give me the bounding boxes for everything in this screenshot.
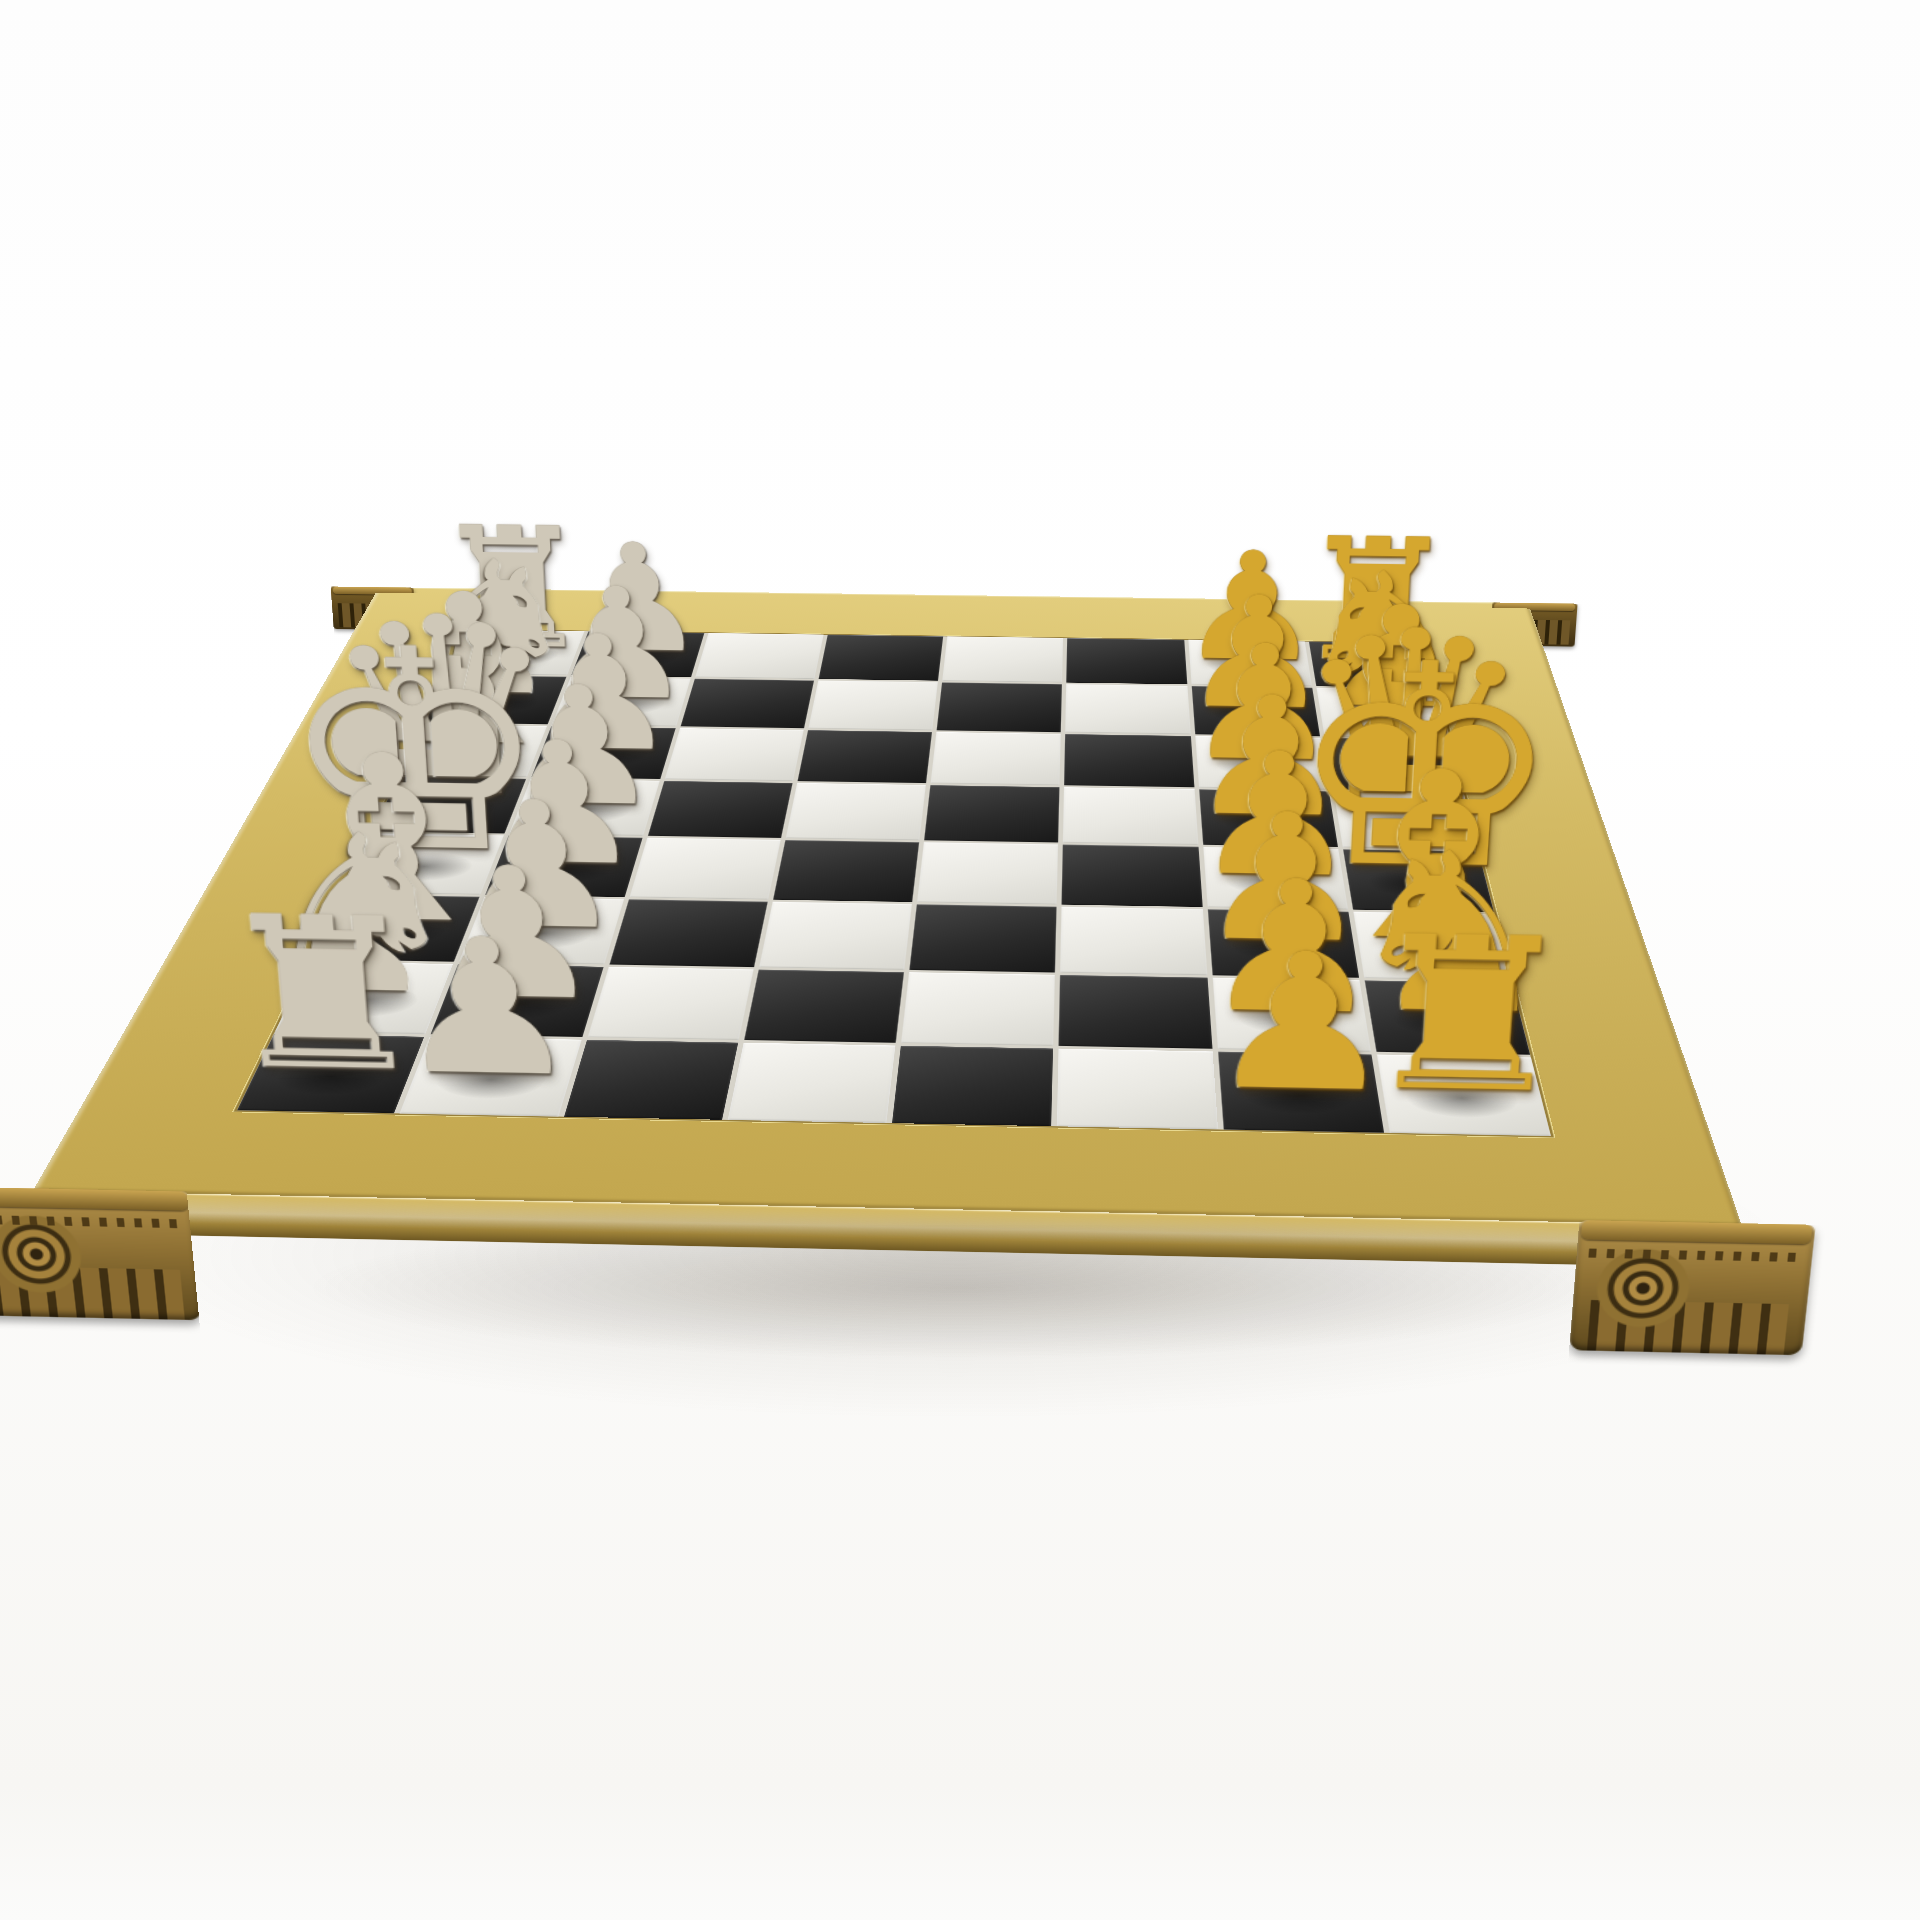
board-square[interactable] <box>744 969 904 1043</box>
board-square[interactable] <box>892 1045 1053 1126</box>
ionic-column-capital-icon <box>1569 1220 1816 1355</box>
board-square[interactable] <box>680 679 814 728</box>
board-square[interactable] <box>808 681 938 730</box>
ionic-column-capital-icon <box>0 1187 202 1321</box>
board-square[interactable] <box>942 636 1063 682</box>
board-frame: ♜♟♟♜♞♟♟♞♝♟♟♝♛♟♟♛♚♟♟♚♝♟♟♝♞♟♟♞♜♟♟♜ <box>33 587 1742 1225</box>
board-square[interactable] <box>1067 638 1187 684</box>
board-square[interactable] <box>1065 684 1190 734</box>
board-square[interactable] <box>695 633 824 679</box>
board-square[interactable] <box>563 1040 738 1120</box>
board-square[interactable] <box>587 967 753 1040</box>
board-square[interactable] <box>797 730 932 783</box>
board-square[interactable] <box>1062 845 1202 907</box>
scene: ♜♟♟♜♞♟♟♞♝♟♟♝♛♟♟♛♚♟♟♚♝♟♟♝♞♟♟♞♜♟♟♜ <box>0 0 1920 1920</box>
board-grid: ♜♟♟♜♞♟♟♞♝♟♟♝♛♟♟♛♚♟♟♚♝♟♟♝♞♟♟♞♜♟♟♜ <box>234 629 1554 1138</box>
board-square[interactable] <box>629 838 780 900</box>
board-square[interactable] <box>647 781 792 838</box>
board-square[interactable] <box>818 635 943 681</box>
board-square[interactable] <box>1064 734 1193 787</box>
board-square[interactable] <box>759 902 912 969</box>
board-square[interactable] <box>609 899 767 966</box>
board-square[interactable] <box>901 972 1055 1046</box>
board-square[interactable] <box>1057 1048 1217 1129</box>
gold-rook-glyph: ♜ <box>1356 918 1582 1112</box>
board-square[interactable] <box>727 1043 895 1123</box>
silver-pawn-glyph: ♟ <box>387 922 584 1093</box>
board-square[interactable] <box>1060 907 1206 975</box>
board-square[interactable] <box>773 840 919 902</box>
board-square[interactable] <box>917 842 1058 904</box>
board-square[interactable] <box>786 783 926 840</box>
board-square[interactable] <box>1059 975 1212 1049</box>
chess-board: ♜♟♟♜♞♟♟♞♝♟♟♝♛♟♟♛♚♟♟♚♝♟♟♝♞♟♟♞♜♟♟♜ <box>33 587 1742 1225</box>
board-square[interactable] <box>664 728 803 781</box>
board-square[interactable]: ♟ <box>400 1037 581 1117</box>
board-square[interactable] <box>1063 787 1198 845</box>
board-square[interactable] <box>924 785 1060 843</box>
board-square[interactable] <box>931 732 1061 785</box>
board-square[interactable]: ♜ <box>1377 1054 1551 1136</box>
board-square[interactable] <box>909 904 1056 972</box>
board-square[interactable] <box>937 682 1063 732</box>
